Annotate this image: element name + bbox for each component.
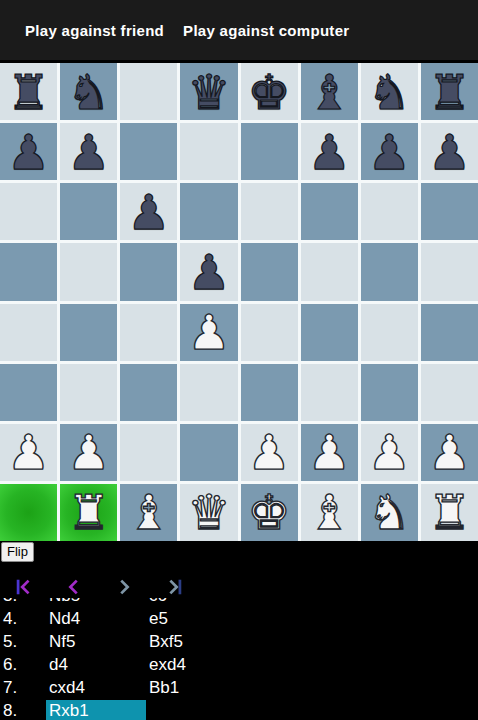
square-d7[interactable]	[180, 123, 237, 180]
square-a3[interactable]	[0, 364, 57, 421]
move-navigation	[0, 577, 478, 597]
white-pawn: ♟	[308, 428, 351, 476]
white-move[interactable]: Nb5	[46, 598, 146, 607]
move-number: 8.	[0, 700, 46, 720]
square-f7[interactable]: ♟	[301, 123, 358, 180]
square-a8[interactable]: ♜	[0, 63, 57, 120]
square-c4[interactable]	[120, 304, 177, 361]
move-number: 5.	[0, 631, 46, 653]
black-queen: ♛	[187, 68, 230, 116]
black-pawn: ♟	[127, 188, 170, 236]
white-bishop: ♝	[308, 488, 351, 536]
white-bishop: ♝	[127, 488, 170, 536]
chevron-right-icon	[113, 577, 135, 597]
white-move[interactable]: d4	[46, 654, 146, 676]
black-move[interactable]: Bxf5	[146, 631, 246, 653]
square-b6[interactable]	[60, 183, 117, 240]
square-c7[interactable]	[120, 123, 177, 180]
black-move[interactable]: exd4	[146, 654, 246, 676]
black-rook: ♜	[428, 68, 471, 116]
square-c6[interactable]: ♟	[120, 183, 177, 240]
square-d1[interactable]: ♛	[180, 484, 237, 541]
move-number: 3.	[0, 598, 46, 607]
black-pawn: ♟	[7, 128, 50, 176]
skip-to-start-icon	[13, 577, 35, 597]
square-d3[interactable]	[180, 364, 237, 421]
white-rook: ♜	[428, 488, 471, 536]
black-bishop: ♝	[308, 68, 351, 116]
white-rook: ♜	[67, 488, 110, 536]
square-h2[interactable]: ♟	[421, 424, 478, 481]
square-d4[interactable]: ♟	[180, 304, 237, 361]
square-e3[interactable]	[241, 364, 298, 421]
white-pawn: ♟	[368, 428, 411, 476]
black-move[interactable]	[146, 700, 246, 720]
square-f8[interactable]: ♝	[301, 63, 358, 120]
move-number: 7.	[0, 677, 46, 699]
square-h4[interactable]	[421, 304, 478, 361]
square-f5[interactable]	[301, 243, 358, 300]
move-row: 3.Nb5c6	[0, 598, 478, 607]
black-pawn: ♟	[187, 248, 230, 296]
square-e7[interactable]	[241, 123, 298, 180]
white-pawn: ♟	[7, 428, 50, 476]
white-king: ♚	[248, 488, 291, 536]
square-c1[interactable]: ♝	[120, 484, 177, 541]
play-against-friend-button[interactable]: Play against friend	[25, 22, 164, 39]
square-g7[interactable]: ♟	[361, 123, 418, 180]
square-b2[interactable]: ♟	[60, 424, 117, 481]
square-e4[interactable]	[241, 304, 298, 361]
square-b7[interactable]: ♟	[60, 123, 117, 180]
square-g5[interactable]	[361, 243, 418, 300]
white-pawn: ♟	[187, 308, 230, 356]
black-rook: ♜	[7, 68, 50, 116]
black-king: ♚	[248, 68, 291, 116]
square-e6[interactable]	[241, 183, 298, 240]
square-a4[interactable]	[0, 304, 57, 361]
square-f6[interactable]	[301, 183, 358, 240]
square-a5[interactable]	[0, 243, 57, 300]
square-e8[interactable]: ♚	[241, 63, 298, 120]
black-pawn: ♟	[368, 128, 411, 176]
square-c8[interactable]	[120, 63, 177, 120]
square-g4[interactable]	[361, 304, 418, 361]
square-h5[interactable]	[421, 243, 478, 300]
square-g8[interactable]: ♞	[361, 63, 418, 120]
square-h8[interactable]: ♜	[421, 63, 478, 120]
move-row: 8.Rxb1	[0, 699, 478, 720]
square-h7[interactable]: ♟	[421, 123, 478, 180]
black-pawn: ♟	[308, 128, 351, 176]
move-row: 6.d4exd4	[0, 653, 478, 676]
move-number: 4.	[0, 608, 46, 630]
chevron-left-icon	[63, 577, 85, 597]
square-e5[interactable]	[241, 243, 298, 300]
square-d8[interactable]: ♛	[180, 63, 237, 120]
black-move[interactable]: e5	[146, 608, 246, 630]
square-a2[interactable]: ♟	[0, 424, 57, 481]
skip-to-end-icon	[163, 577, 185, 597]
square-d6[interactable]	[180, 183, 237, 240]
white-knight: ♞	[368, 488, 411, 536]
white-move[interactable]: Nd4	[46, 608, 146, 630]
square-b4[interactable]	[60, 304, 117, 361]
go-to-start-button[interactable]	[13, 577, 35, 597]
square-g6[interactable]	[361, 183, 418, 240]
square-g2[interactable]: ♟	[361, 424, 418, 481]
square-g3[interactable]	[361, 364, 418, 421]
black-pawn: ♟	[67, 128, 110, 176]
square-e1[interactable]: ♚	[241, 484, 298, 541]
control-panel: Flip 3.Nb5c64.Nd4e55.Nf5Bxf56.d4exd	[0, 541, 478, 720]
square-e2[interactable]: ♟	[241, 424, 298, 481]
move-row: 5.Nf5Bxf5	[0, 630, 478, 653]
square-a1[interactable]	[0, 484, 57, 541]
white-pawn: ♟	[248, 428, 291, 476]
white-queen: ♛	[187, 488, 230, 536]
top-menu-bar: Play against friend Play against compute…	[0, 0, 478, 60]
square-f1[interactable]: ♝	[301, 484, 358, 541]
square-h3[interactable]	[421, 364, 478, 421]
square-b3[interactable]	[60, 364, 117, 421]
square-a7[interactable]: ♟	[0, 123, 57, 180]
square-b8[interactable]: ♞	[60, 63, 117, 120]
black-move[interactable]: c6	[146, 598, 246, 607]
black-knight: ♞	[368, 68, 411, 116]
chess-board: ♜♞♛♚♝♞♜♟♟♟♟♟♟♟♟♟♟♟♟♟♟♜♝♛♚♝♞♜	[0, 63, 478, 541]
square-h6[interactable]	[421, 183, 478, 240]
white-pawn: ♟	[428, 428, 471, 476]
square-b1[interactable]: ♜	[60, 484, 117, 541]
white-move[interactable]: Nf5	[46, 631, 146, 653]
go-to-end-button[interactable]	[163, 577, 185, 597]
square-b5[interactable]	[60, 243, 117, 300]
square-h1[interactable]: ♜	[421, 484, 478, 541]
next-move-button[interactable]	[113, 577, 135, 597]
move-number: 6.	[0, 654, 46, 676]
square-a6[interactable]	[0, 183, 57, 240]
black-move[interactable]: Bb1	[146, 677, 246, 699]
previous-move-button[interactable]	[63, 577, 85, 597]
move-list: 3.Nb5c64.Nd4e55.Nf5Bxf56.d4exd47.cxd4Bb1…	[0, 598, 478, 720]
square-c5[interactable]	[120, 243, 177, 300]
black-knight: ♞	[67, 68, 110, 116]
square-f3[interactable]	[301, 364, 358, 421]
square-d2[interactable]	[180, 424, 237, 481]
white-move[interactable]: cxd4	[46, 677, 146, 699]
square-f2[interactable]: ♟	[301, 424, 358, 481]
square-c2[interactable]	[120, 424, 177, 481]
move-row: 4.Nd4e5	[0, 607, 478, 630]
square-f4[interactable]	[301, 304, 358, 361]
white-move[interactable]: Rxb1	[46, 700, 146, 720]
square-d5[interactable]: ♟	[180, 243, 237, 300]
white-pawn: ♟	[67, 428, 110, 476]
flip-board-button[interactable]: Flip	[1, 542, 34, 562]
black-pawn: ♟	[428, 128, 471, 176]
square-c3[interactable]	[120, 364, 177, 421]
move-row: 7.cxd4Bb1	[0, 676, 478, 699]
play-against-computer-button[interactable]: Play against computer	[183, 22, 349, 39]
square-g1[interactable]: ♞	[361, 484, 418, 541]
